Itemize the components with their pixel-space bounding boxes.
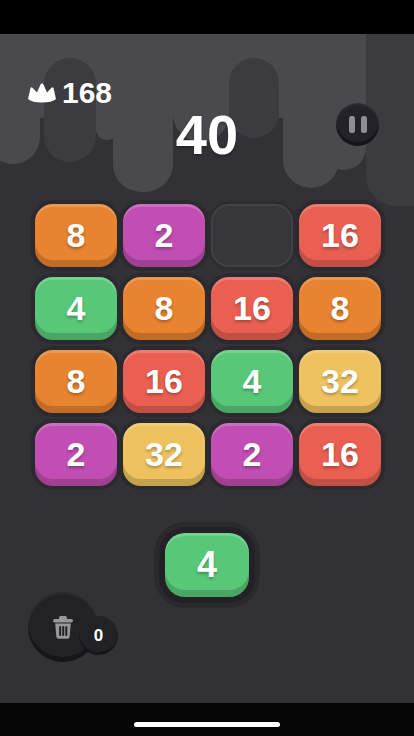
tile-8[interactable]: 8	[123, 277, 205, 340]
status-bar	[0, 0, 414, 34]
next-tile[interactable]: 4	[165, 533, 249, 597]
tile-4[interactable]: 4	[35, 277, 117, 340]
tile-32[interactable]: 32	[299, 350, 381, 413]
tile-4[interactable]: 4	[211, 350, 293, 413]
tile-8[interactable]: 8	[35, 204, 117, 267]
game-screen: 168 40 821648168816432232216 4 0	[0, 0, 414, 736]
tile-2[interactable]: 2	[35, 423, 117, 486]
pause-icon	[361, 116, 367, 133]
tile-2[interactable]: 2	[123, 204, 205, 267]
tile-16[interactable]: 16	[299, 423, 381, 486]
pause-button[interactable]	[336, 103, 379, 146]
tile-16[interactable]: 16	[123, 350, 205, 413]
tile-8[interactable]: 8	[299, 277, 381, 340]
tile-16[interactable]: 16	[211, 277, 293, 340]
home-indicator[interactable]	[134, 722, 280, 727]
trash-count: 0	[94, 626, 103, 646]
tile-8[interactable]: 8	[35, 350, 117, 413]
tile-grid: 821648168816432232216	[35, 204, 381, 486]
tile-2[interactable]: 2	[211, 423, 293, 486]
tile-32[interactable]: 32	[123, 423, 205, 486]
empty-cell[interactable]	[211, 204, 293, 267]
trash-icon	[49, 613, 77, 641]
trash-count-badge: 0	[79, 616, 118, 655]
pause-icon	[349, 116, 355, 133]
tile-16[interactable]: 16	[299, 204, 381, 267]
bottom-bar	[0, 703, 414, 736]
